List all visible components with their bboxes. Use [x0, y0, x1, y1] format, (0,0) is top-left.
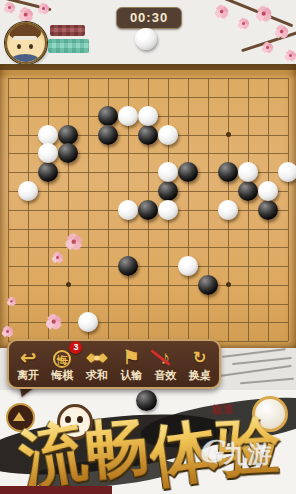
change-table-button[interactable]: ↻ 换桌 — [184, 347, 216, 382]
avatar-shirt — [11, 54, 39, 64]
white-stone[interactable] — [138, 106, 158, 126]
app-screen: 00:30 ↩ 离开 悔 3 悔棋 — [0, 0, 296, 494]
black-stone[interactable] — [178, 162, 198, 182]
leave-button[interactable]: ↩ 离开 — [12, 347, 44, 382]
grid-line-h — [8, 78, 288, 79]
draw-offer-button[interactable]: 求和 — [81, 347, 113, 382]
grid-line-h — [8, 97, 288, 98]
handshake-icon — [81, 347, 113, 369]
petal-on-board — [7, 297, 15, 305]
sound-label: 音效 — [149, 369, 181, 382]
grid-line-h — [8, 285, 288, 286]
petal-on-board — [66, 234, 81, 249]
grid-line-h — [8, 304, 288, 305]
white-stone[interactable] — [218, 200, 238, 220]
turn-indicator-white-stone — [135, 28, 157, 50]
star-point — [226, 282, 231, 287]
ink-scribble — [218, 365, 292, 377]
undo-label: 悔棋 — [46, 369, 78, 382]
black-stone[interactable] — [38, 162, 58, 182]
blossom-flower — [275, 25, 287, 37]
draw-label: 求和 — [81, 369, 113, 382]
white-stone[interactable] — [18, 181, 38, 201]
grid-line-h — [8, 229, 288, 230]
avatar-headband — [13, 36, 37, 40]
black-stone[interactable] — [58, 143, 78, 163]
ad-banner[interactable]: 极速 流畅体验 G九游 — [0, 390, 296, 494]
blossom-flower — [4, 2, 14, 12]
white-stone[interactable] — [158, 162, 178, 182]
grid-line-h — [8, 266, 288, 267]
grid-line-h — [8, 247, 288, 248]
black-stone[interactable] — [138, 200, 158, 220]
white-stone[interactable] — [38, 143, 58, 163]
change-table-label: 换桌 — [184, 369, 216, 382]
blossom-flower — [38, 3, 48, 13]
black-stone[interactable] — [258, 200, 278, 220]
petal-on-board — [52, 252, 62, 262]
black-stone[interactable] — [98, 125, 118, 145]
game-toolbar: ↩ 离开 悔 3 悔棋 求和 ⚑ 认输 ♪ 音效 ↻ — [7, 339, 221, 389]
leave-label: 离开 — [12, 369, 44, 382]
star-point — [226, 132, 231, 137]
move-timer: 00:30 — [116, 7, 182, 29]
white-stone[interactable] — [38, 125, 58, 145]
gomoku-board[interactable] — [0, 64, 296, 348]
resign-label: 认输 — [115, 369, 147, 382]
avatar-eye — [29, 44, 33, 49]
black-stone[interactable] — [158, 181, 178, 201]
player-avatar[interactable] — [5, 22, 47, 64]
sound-toggle-button[interactable]: ♪ 音效 — [149, 347, 181, 382]
grid-line-v — [288, 78, 289, 341]
blossom-flower — [19, 8, 32, 21]
jiuyou-watermark: G九游 — [198, 434, 272, 470]
refresh-arrows-icon: ↻ — [184, 347, 216, 369]
ink-scribble — [240, 378, 294, 385]
black-stone[interactable] — [118, 256, 138, 276]
black-stone[interactable] — [138, 125, 158, 145]
white-stone[interactable] — [118, 106, 138, 126]
resign-button[interactable]: ⚑ 认输 — [115, 347, 147, 382]
white-stone[interactable] — [258, 181, 278, 201]
black-stone[interactable] — [58, 125, 78, 145]
resign-flag-icon: ⚑ — [115, 347, 147, 369]
ink-scribble — [232, 357, 292, 365]
white-stone[interactable] — [118, 200, 138, 220]
petal-on-board — [46, 314, 60, 328]
blossom-flower — [238, 18, 248, 28]
headline-char: 畅 — [81, 405, 152, 490]
white-stone[interactable] — [78, 312, 98, 332]
petal-on-board — [2, 326, 12, 336]
headline-char: 流 — [14, 410, 93, 494]
blossom-flower — [262, 42, 272, 52]
star-point — [66, 282, 71, 287]
top-bar: 00:30 — [0, 0, 296, 64]
blossom-flower — [285, 50, 295, 60]
leave-return-arrow-icon: ↩ — [12, 347, 44, 369]
black-stone[interactable] — [98, 106, 118, 126]
blossom-flower — [215, 5, 227, 17]
undo-button[interactable]: 悔 3 悔棋 — [46, 347, 78, 382]
blossom-flower — [256, 6, 270, 20]
censored-player-name — [50, 25, 85, 36]
white-stone[interactable] — [158, 125, 178, 145]
white-stone[interactable] — [238, 162, 258, 182]
white-stone[interactable] — [158, 200, 178, 220]
black-stone[interactable] — [238, 181, 258, 201]
censored-player-info — [48, 39, 89, 53]
white-stone[interactable] — [278, 162, 296, 182]
black-stone[interactable] — [218, 162, 238, 182]
avatar-eye — [17, 44, 21, 49]
white-stone[interactable] — [178, 256, 198, 276]
banner-red-strip — [0, 486, 112, 494]
ink-scribble — [222, 348, 286, 358]
black-stone[interactable] — [198, 275, 218, 295]
